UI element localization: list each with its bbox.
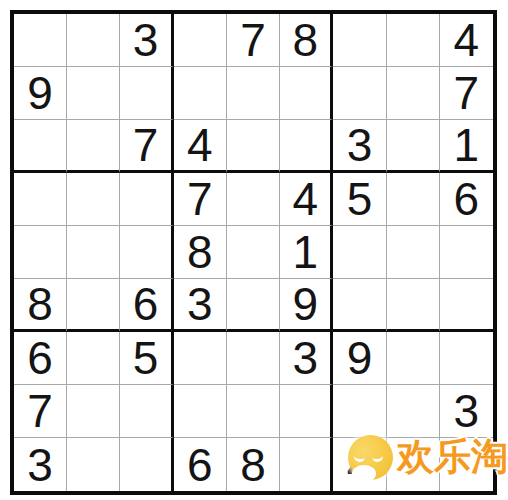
cell-r9c3[interactable] <box>120 438 173 491</box>
cell-r5c6[interactable]: 1 <box>280 226 333 279</box>
cell-r1c5[interactable]: 7 <box>227 14 280 67</box>
cell-r3c3[interactable]: 7 <box>120 120 173 173</box>
cell-r1c8[interactable] <box>387 14 440 67</box>
cell-r9c2[interactable] <box>67 438 120 491</box>
cell-r2c9[interactable]: 7 <box>440 67 493 120</box>
cell-r2c2[interactable] <box>67 67 120 120</box>
cell-r1c6[interactable]: 8 <box>280 14 333 67</box>
cell-r9c8[interactable] <box>387 438 440 491</box>
cell-r2c4[interactable] <box>174 67 227 120</box>
cell-r3c7[interactable]: 3 <box>333 120 386 173</box>
cell-r2c8[interactable] <box>387 67 440 120</box>
cell-r9c6[interactable] <box>280 438 333 491</box>
cell-r7c9[interactable] <box>440 332 493 385</box>
cell-r6c3[interactable]: 6 <box>120 279 173 332</box>
cell-r1c9[interactable]: 4 <box>440 14 493 67</box>
cell-r4c9[interactable]: 6 <box>440 173 493 226</box>
cell-r7c6[interactable]: 3 <box>280 332 333 385</box>
cell-r8c1[interactable]: 7 <box>14 385 67 438</box>
cell-r3c4[interactable]: 4 <box>174 120 227 173</box>
cell-r3c9[interactable]: 1 <box>440 120 493 173</box>
cell-r1c3[interactable]: 3 <box>120 14 173 67</box>
cell-r5c7[interactable] <box>333 226 386 279</box>
cell-r7c3[interactable]: 5 <box>120 332 173 385</box>
cell-r4c2[interactable] <box>67 173 120 226</box>
cell-r4c8[interactable] <box>387 173 440 226</box>
cell-r6c6[interactable]: 9 <box>280 279 333 332</box>
sudoku-board: 378497743174568186396539733684 <box>10 10 497 495</box>
sudoku-screenshot: 378497743174568186396539733684 欢乐淘手游 <box>0 0 508 500</box>
cell-r2c3[interactable] <box>120 67 173 120</box>
cell-r8c7[interactable] <box>333 385 386 438</box>
cell-r5c2[interactable] <box>67 226 120 279</box>
cell-r9c4[interactable]: 6 <box>174 438 227 491</box>
cell-r7c5[interactable] <box>227 332 280 385</box>
cell-r7c7[interactable]: 9 <box>333 332 386 385</box>
cell-r4c4[interactable]: 7 <box>174 173 227 226</box>
cell-r1c7[interactable] <box>333 14 386 67</box>
cell-r2c5[interactable] <box>227 67 280 120</box>
cell-r8c8[interactable] <box>387 385 440 438</box>
cell-r4c5[interactable] <box>227 173 280 226</box>
cell-r3c1[interactable] <box>14 120 67 173</box>
cell-r4c1[interactable] <box>14 173 67 226</box>
cell-r3c5[interactable] <box>227 120 280 173</box>
cell-r7c1[interactable]: 6 <box>14 332 67 385</box>
cell-r2c1[interactable]: 9 <box>14 67 67 120</box>
cell-r5c1[interactable] <box>14 226 67 279</box>
cell-r6c1[interactable]: 8 <box>14 279 67 332</box>
cell-r1c2[interactable] <box>67 14 120 67</box>
cell-r5c4[interactable]: 8 <box>174 226 227 279</box>
cell-r4c6[interactable]: 4 <box>280 173 333 226</box>
cell-r8c3[interactable] <box>120 385 173 438</box>
cell-r6c2[interactable] <box>67 279 120 332</box>
cell-r3c8[interactable] <box>387 120 440 173</box>
cell-r1c1[interactable] <box>14 14 67 67</box>
cell-r6c5[interactable] <box>227 279 280 332</box>
cell-r5c8[interactable] <box>387 226 440 279</box>
cell-r5c3[interactable] <box>120 226 173 279</box>
cell-r8c4[interactable] <box>174 385 227 438</box>
cell-r5c5[interactable] <box>227 226 280 279</box>
cell-r5c9[interactable] <box>440 226 493 279</box>
cell-r9c1[interactable]: 3 <box>14 438 67 491</box>
cell-r9c9[interactable] <box>440 438 493 491</box>
cell-r8c6[interactable] <box>280 385 333 438</box>
cell-r9c5[interactable]: 8 <box>227 438 280 491</box>
cell-r7c2[interactable] <box>67 332 120 385</box>
cell-r6c8[interactable] <box>387 279 440 332</box>
cell-r9c7[interactable]: 4 <box>333 438 386 491</box>
cell-r3c6[interactable] <box>280 120 333 173</box>
cell-r6c4[interactable]: 3 <box>174 279 227 332</box>
cell-r6c9[interactable] <box>440 279 493 332</box>
cell-r3c2[interactable] <box>67 120 120 173</box>
cell-r7c4[interactable] <box>174 332 227 385</box>
cell-r4c3[interactable] <box>120 173 173 226</box>
cell-r4c7[interactable]: 5 <box>333 173 386 226</box>
cell-r1c4[interactable] <box>174 14 227 67</box>
cell-r6c7[interactable] <box>333 279 386 332</box>
cell-r8c5[interactable] <box>227 385 280 438</box>
cell-r8c2[interactable] <box>67 385 120 438</box>
cell-r2c6[interactable] <box>280 67 333 120</box>
cell-r2c7[interactable] <box>333 67 386 120</box>
cell-r8c9[interactable]: 3 <box>440 385 493 438</box>
cell-r7c8[interactable] <box>387 332 440 385</box>
